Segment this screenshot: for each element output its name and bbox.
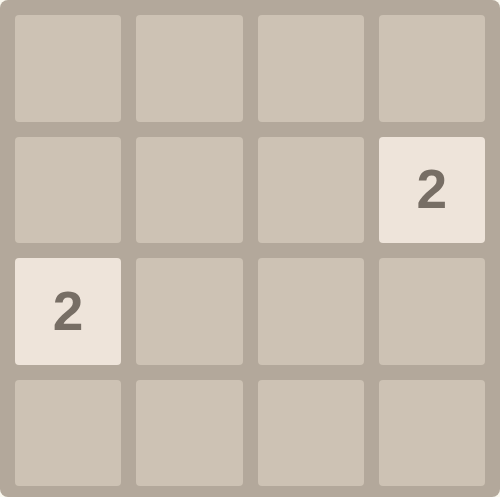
empty-cell (15, 15, 121, 122)
empty-cell (258, 15, 364, 122)
tile-value: 2 (417, 162, 448, 217)
empty-cell (136, 380, 242, 487)
empty-cell (136, 258, 242, 365)
empty-cell (258, 258, 364, 365)
empty-cell (15, 137, 121, 244)
empty-cell (258, 380, 364, 487)
empty-cell (379, 380, 485, 487)
empty-cell (379, 258, 485, 365)
empty-cell (258, 137, 364, 244)
tile-2: 2 (379, 137, 485, 244)
empty-cell (15, 380, 121, 487)
empty-cell (136, 137, 242, 244)
board-2048[interactable]: 22 (0, 0, 500, 497)
tile-value: 2 (53, 284, 84, 339)
empty-cell (136, 15, 242, 122)
tile-2: 2 (15, 258, 121, 365)
empty-cell (379, 15, 485, 122)
